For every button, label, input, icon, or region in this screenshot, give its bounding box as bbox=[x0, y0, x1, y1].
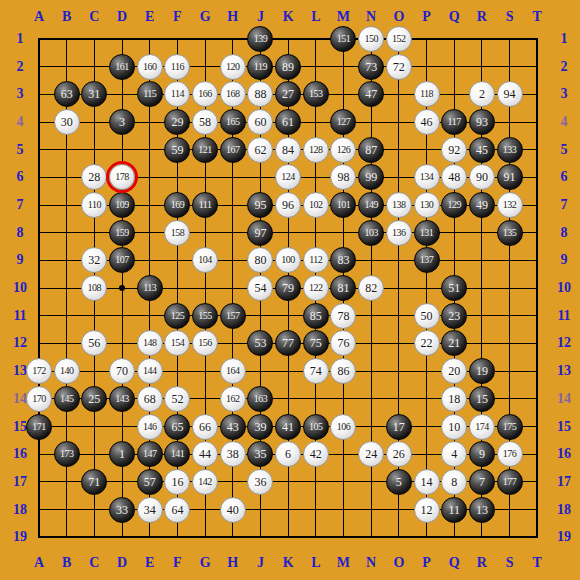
coord-label-top-E: E bbox=[145, 10, 154, 24]
move-number: 22 bbox=[421, 337, 433, 349]
move-number: 19 bbox=[476, 365, 488, 377]
stone-B14[interactable]: 145 bbox=[54, 386, 80, 412]
coord-label-top-S: S bbox=[506, 10, 514, 24]
move-number: 169 bbox=[171, 200, 185, 210]
move-number: 68 bbox=[144, 393, 156, 405]
stone-N8[interactable]: 103 bbox=[358, 220, 384, 246]
move-number: 21 bbox=[448, 337, 460, 349]
stone-S7[interactable]: 132 bbox=[497, 192, 523, 218]
stone-M15[interactable]: 106 bbox=[330, 414, 356, 440]
stone-D18[interactable]: 33 bbox=[109, 497, 135, 523]
stone-R13[interactable]: 19 bbox=[469, 358, 495, 384]
coord-label-right-2: 2 bbox=[561, 60, 568, 74]
stone-A13[interactable]: 172 bbox=[26, 358, 52, 384]
stone-C6[interactable]: 28 bbox=[81, 164, 107, 190]
stone-O17[interactable]: 5 bbox=[386, 469, 412, 495]
coord-label-top-H: H bbox=[227, 10, 238, 24]
stone-J3[interactable]: 88 bbox=[247, 81, 273, 107]
stone-G3[interactable]: 166 bbox=[192, 81, 218, 107]
stone-S8[interactable]: 135 bbox=[497, 220, 523, 246]
stone-G12[interactable]: 156 bbox=[192, 330, 218, 356]
stone-K5[interactable]: 84 bbox=[275, 137, 301, 163]
stone-J1[interactable]: 139 bbox=[247, 26, 273, 52]
move-number: 102 bbox=[309, 200, 323, 210]
move-number: 5 bbox=[396, 476, 402, 488]
move-number: 63 bbox=[61, 88, 73, 100]
stone-P9[interactable]: 137 bbox=[414, 247, 440, 273]
coord-label-right-12: 12 bbox=[557, 336, 571, 350]
stone-F7[interactable]: 169 bbox=[164, 192, 190, 218]
stone-C9[interactable]: 32 bbox=[81, 247, 107, 273]
stone-H13[interactable]: 164 bbox=[220, 358, 246, 384]
coord-label-right-1: 1 bbox=[561, 32, 568, 46]
move-number: 156 bbox=[198, 338, 212, 348]
stone-Q12[interactable]: 21 bbox=[441, 330, 467, 356]
stone-K12[interactable]: 77 bbox=[275, 330, 301, 356]
stone-F2[interactable]: 116 bbox=[164, 54, 190, 80]
stone-K16[interactable]: 6 bbox=[275, 441, 301, 467]
move-number: 54 bbox=[254, 282, 266, 294]
stone-J5[interactable]: 62 bbox=[247, 137, 273, 163]
stone-E15[interactable]: 146 bbox=[137, 414, 163, 440]
move-number: 178 bbox=[115, 172, 129, 182]
move-number: 75 bbox=[310, 337, 322, 349]
stone-O8[interactable]: 136 bbox=[386, 220, 412, 246]
move-number: 174 bbox=[475, 422, 489, 432]
move-number: 134 bbox=[420, 172, 434, 182]
move-number: 138 bbox=[392, 200, 406, 210]
move-number: 132 bbox=[503, 200, 517, 210]
stone-G9[interactable]: 104 bbox=[192, 247, 218, 273]
move-number: 13 bbox=[476, 504, 488, 516]
move-number: 143 bbox=[115, 394, 129, 404]
stone-L10[interactable]: 122 bbox=[303, 275, 329, 301]
stone-O7[interactable]: 138 bbox=[386, 192, 412, 218]
stone-G16[interactable]: 44 bbox=[192, 441, 218, 467]
coord-label-right-8: 8 bbox=[561, 226, 568, 240]
stone-M10[interactable]: 81 bbox=[330, 275, 356, 301]
coord-label-right-10: 10 bbox=[557, 281, 571, 295]
move-number: 148 bbox=[143, 338, 157, 348]
coord-label-bottom-A: A bbox=[34, 556, 44, 570]
move-number: 95 bbox=[254, 199, 266, 211]
stone-A15[interactable]: 171 bbox=[26, 414, 52, 440]
stone-J15[interactable]: 39 bbox=[247, 414, 273, 440]
stone-K2[interactable]: 89 bbox=[275, 54, 301, 80]
stone-E17[interactable]: 57 bbox=[137, 469, 163, 495]
stone-J17[interactable]: 36 bbox=[247, 469, 273, 495]
move-number: 89 bbox=[282, 61, 294, 73]
stone-P18[interactable]: 12 bbox=[414, 497, 440, 523]
stone-R4[interactable]: 93 bbox=[469, 109, 495, 135]
coord-label-bottom-N: N bbox=[366, 556, 376, 570]
stone-L15[interactable]: 105 bbox=[303, 414, 329, 440]
move-number: 153 bbox=[309, 89, 323, 99]
stone-Q17[interactable]: 8 bbox=[441, 469, 467, 495]
coord-label-bottom-F: F bbox=[173, 556, 182, 570]
coord-label-bottom-O: O bbox=[393, 556, 404, 570]
go-board[interactable]: AABBCCDDEEFFGGHHJJKKLLMMNNOOPPQQRRSSTT11… bbox=[0, 0, 580, 580]
coord-label-left-8: 8 bbox=[17, 226, 24, 240]
move-number: 131 bbox=[420, 228, 434, 238]
stone-N7[interactable]: 149 bbox=[358, 192, 384, 218]
stone-F12[interactable]: 154 bbox=[164, 330, 190, 356]
move-number: 120 bbox=[226, 62, 240, 72]
stone-R18[interactable]: 13 bbox=[469, 497, 495, 523]
move-number: 87 bbox=[365, 144, 377, 156]
coord-label-bottom-G: G bbox=[200, 556, 211, 570]
stone-J7[interactable]: 95 bbox=[247, 192, 273, 218]
stone-Q4[interactable]: 117 bbox=[441, 109, 467, 135]
stone-N2[interactable]: 73 bbox=[358, 54, 384, 80]
stone-L9[interactable]: 112 bbox=[303, 247, 329, 273]
move-number: 97 bbox=[254, 227, 266, 239]
stone-L5[interactable]: 128 bbox=[303, 137, 329, 163]
move-number: 99 bbox=[365, 171, 377, 183]
stone-K10[interactable]: 79 bbox=[275, 275, 301, 301]
stone-P4[interactable]: 46 bbox=[414, 109, 440, 135]
stone-R6[interactable]: 90 bbox=[469, 164, 495, 190]
stone-J16[interactable]: 35 bbox=[247, 441, 273, 467]
coord-label-top-B: B bbox=[62, 10, 71, 24]
coord-label-right-16: 16 bbox=[557, 447, 571, 461]
stone-R3[interactable]: 2 bbox=[469, 81, 495, 107]
stone-N10[interactable]: 82 bbox=[358, 275, 384, 301]
stone-E18[interactable]: 34 bbox=[137, 497, 163, 523]
coord-label-right-17: 17 bbox=[557, 475, 571, 489]
stone-G15[interactable]: 66 bbox=[192, 414, 218, 440]
move-number: 64 bbox=[171, 504, 183, 516]
stone-R14[interactable]: 15 bbox=[469, 386, 495, 412]
stone-J4[interactable]: 60 bbox=[247, 109, 273, 135]
move-number: 27 bbox=[282, 88, 294, 100]
move-number: 70 bbox=[116, 365, 128, 377]
stone-P7[interactable]: 130 bbox=[414, 192, 440, 218]
move-number: 84 bbox=[282, 144, 294, 156]
move-number: 57 bbox=[144, 476, 156, 488]
stone-B16[interactable]: 173 bbox=[54, 441, 80, 467]
stone-M5[interactable]: 126 bbox=[330, 137, 356, 163]
move-number: 116 bbox=[171, 62, 184, 72]
coord-label-left-16: 16 bbox=[13, 447, 27, 461]
coord-label-right-4: 4 bbox=[561, 115, 568, 129]
move-number: 88 bbox=[254, 88, 266, 100]
move-number: 117 bbox=[448, 117, 461, 127]
stone-M9[interactable]: 83 bbox=[330, 247, 356, 273]
stone-C12[interactable]: 56 bbox=[81, 330, 107, 356]
coord-label-left-9: 9 bbox=[17, 253, 24, 267]
stone-J12[interactable]: 53 bbox=[247, 330, 273, 356]
stone-G11[interactable]: 155 bbox=[192, 303, 218, 329]
move-number: 53 bbox=[254, 337, 266, 349]
move-number: 162 bbox=[226, 394, 240, 404]
move-number: 128 bbox=[309, 145, 323, 155]
stone-J14[interactable]: 163 bbox=[247, 386, 273, 412]
move-number: 136 bbox=[392, 228, 406, 238]
coord-label-left-6: 6 bbox=[17, 170, 24, 184]
move-number: 163 bbox=[254, 394, 268, 404]
stone-C14[interactable]: 25 bbox=[81, 386, 107, 412]
stone-L12[interactable]: 75 bbox=[303, 330, 329, 356]
stone-H2[interactable]: 120 bbox=[220, 54, 246, 80]
stone-R17[interactable]: 7 bbox=[469, 469, 495, 495]
stone-J9[interactable]: 80 bbox=[247, 247, 273, 273]
stone-F8[interactable]: 158 bbox=[164, 220, 190, 246]
stone-E13[interactable]: 144 bbox=[137, 358, 163, 384]
stone-P12[interactable]: 22 bbox=[414, 330, 440, 356]
stone-E14[interactable]: 68 bbox=[137, 386, 163, 412]
move-number: 39 bbox=[254, 421, 266, 433]
coord-label-top-R: R bbox=[477, 10, 487, 24]
stone-Q15[interactable]: 10 bbox=[441, 414, 467, 440]
move-number: 129 bbox=[447, 200, 461, 210]
coord-label-bottom-E: E bbox=[145, 556, 154, 570]
stone-K7[interactable]: 96 bbox=[275, 192, 301, 218]
stone-S16[interactable]: 176 bbox=[497, 441, 523, 467]
stone-L11[interactable]: 85 bbox=[303, 303, 329, 329]
stone-G5[interactable]: 121 bbox=[192, 137, 218, 163]
move-number: 29 bbox=[171, 116, 183, 128]
stone-N1[interactable]: 150 bbox=[358, 26, 384, 52]
move-number: 23 bbox=[448, 310, 460, 322]
move-number: 170 bbox=[32, 394, 46, 404]
coord-label-right-19: 19 bbox=[557, 530, 571, 544]
move-number: 43 bbox=[227, 421, 239, 433]
stone-P11[interactable]: 50 bbox=[414, 303, 440, 329]
coord-label-left-12: 12 bbox=[13, 336, 27, 350]
coord-label-right-5: 5 bbox=[561, 143, 568, 157]
move-number: 56 bbox=[88, 337, 100, 349]
stone-H15[interactable]: 43 bbox=[220, 414, 246, 440]
move-number: 108 bbox=[88, 283, 102, 293]
stone-S15[interactable]: 175 bbox=[497, 414, 523, 440]
coord-label-right-13: 13 bbox=[557, 364, 571, 378]
stone-P8[interactable]: 131 bbox=[414, 220, 440, 246]
move-number: 165 bbox=[226, 117, 240, 127]
stone-F17[interactable]: 16 bbox=[164, 469, 190, 495]
stone-O16[interactable]: 26 bbox=[386, 441, 412, 467]
coord-label-left-19: 19 bbox=[13, 530, 27, 544]
move-number: 124 bbox=[281, 172, 295, 182]
move-number: 32 bbox=[88, 254, 100, 266]
stone-F15[interactable]: 65 bbox=[164, 414, 190, 440]
move-number: 104 bbox=[198, 255, 212, 265]
stone-L13[interactable]: 74 bbox=[303, 358, 329, 384]
stone-R15[interactable]: 174 bbox=[469, 414, 495, 440]
move-number: 101 bbox=[337, 200, 351, 210]
coord-label-bottom-M: M bbox=[337, 556, 350, 570]
stone-Q5[interactable]: 92 bbox=[441, 137, 467, 163]
move-number: 177 bbox=[503, 477, 517, 487]
stone-M13[interactable]: 86 bbox=[330, 358, 356, 384]
stone-E12[interactable]: 148 bbox=[137, 330, 163, 356]
stone-H16[interactable]: 38 bbox=[220, 441, 246, 467]
stone-E2[interactable]: 160 bbox=[137, 54, 163, 80]
coord-label-right-14: 14 bbox=[557, 392, 571, 406]
stone-F14[interactable]: 52 bbox=[164, 386, 190, 412]
coord-label-top-P: P bbox=[422, 10, 431, 24]
move-number: 122 bbox=[309, 283, 323, 293]
stone-F3[interactable]: 114 bbox=[164, 81, 190, 107]
stone-M11[interactable]: 78 bbox=[330, 303, 356, 329]
stone-B13[interactable]: 140 bbox=[54, 358, 80, 384]
stone-Q14[interactable]: 18 bbox=[441, 386, 467, 412]
move-number: 164 bbox=[226, 366, 240, 376]
move-number: 172 bbox=[32, 366, 46, 376]
coord-label-bottom-P: P bbox=[422, 556, 431, 570]
stone-N5[interactable]: 87 bbox=[358, 137, 384, 163]
move-number: 119 bbox=[254, 62, 267, 72]
move-number: 50 bbox=[421, 310, 433, 322]
move-number: 137 bbox=[420, 255, 434, 265]
coord-label-top-F: F bbox=[173, 10, 182, 24]
coord-label-left-2: 2 bbox=[17, 60, 24, 74]
coord-label-top-C: C bbox=[89, 10, 99, 24]
stone-L16[interactable]: 42 bbox=[303, 441, 329, 467]
stone-R5[interactable]: 45 bbox=[469, 137, 495, 163]
stone-D6-last-move[interactable]: 178 bbox=[109, 164, 135, 190]
stone-M6[interactable]: 98 bbox=[330, 164, 356, 190]
move-number: 35 bbox=[254, 448, 266, 460]
stone-P3[interactable]: 118 bbox=[414, 81, 440, 107]
stone-A14[interactable]: 170 bbox=[26, 386, 52, 412]
stone-F16[interactable]: 141 bbox=[164, 441, 190, 467]
stone-C3[interactable]: 31 bbox=[81, 81, 107, 107]
stone-C10[interactable]: 108 bbox=[81, 275, 107, 301]
stone-O1[interactable]: 152 bbox=[386, 26, 412, 52]
stone-H4[interactable]: 165 bbox=[220, 109, 246, 135]
move-number: 78 bbox=[337, 310, 349, 322]
stone-Q10[interactable]: 51 bbox=[441, 275, 467, 301]
move-number: 85 bbox=[310, 310, 322, 322]
stone-D13[interactable]: 70 bbox=[109, 358, 135, 384]
move-number: 14 bbox=[421, 476, 433, 488]
move-number: 93 bbox=[476, 116, 488, 128]
move-number: 73 bbox=[365, 61, 377, 73]
stone-R16[interactable]: 9 bbox=[469, 441, 495, 467]
move-number: 36 bbox=[254, 476, 266, 488]
stone-L7[interactable]: 102 bbox=[303, 192, 329, 218]
move-number: 158 bbox=[171, 228, 185, 238]
coord-label-bottom-L: L bbox=[311, 556, 320, 570]
stone-H5[interactable]: 167 bbox=[220, 137, 246, 163]
stone-M1[interactable]: 151 bbox=[330, 26, 356, 52]
stone-E16[interactable]: 147 bbox=[137, 441, 163, 467]
stone-Q11[interactable]: 23 bbox=[441, 303, 467, 329]
stone-Q6[interactable]: 48 bbox=[441, 164, 467, 190]
stone-K6[interactable]: 124 bbox=[275, 164, 301, 190]
move-number: 34 bbox=[144, 504, 156, 516]
stone-S5[interactable]: 133 bbox=[497, 137, 523, 163]
stone-O2[interactable]: 72 bbox=[386, 54, 412, 80]
move-number: 140 bbox=[60, 366, 74, 376]
stone-J2[interactable]: 119 bbox=[247, 54, 273, 80]
coord-label-top-M: M bbox=[337, 10, 350, 24]
stone-O15[interactable]: 17 bbox=[386, 414, 412, 440]
stone-R7[interactable]: 49 bbox=[469, 192, 495, 218]
stone-P6[interactable]: 134 bbox=[414, 164, 440, 190]
stone-E10[interactable]: 113 bbox=[137, 275, 163, 301]
stone-K15[interactable]: 41 bbox=[275, 414, 301, 440]
stone-G7[interactable]: 111 bbox=[192, 192, 218, 218]
stone-D7[interactable]: 109 bbox=[109, 192, 135, 218]
stone-H18[interactable]: 40 bbox=[220, 497, 246, 523]
stone-M12[interactable]: 76 bbox=[330, 330, 356, 356]
move-number: 160 bbox=[143, 62, 157, 72]
coord-label-bottom-B: B bbox=[62, 556, 71, 570]
move-number: 20 bbox=[448, 365, 460, 377]
move-number: 11 bbox=[448, 504, 460, 516]
stone-H11[interactable]: 157 bbox=[220, 303, 246, 329]
coord-label-left-5: 5 bbox=[17, 143, 24, 157]
coord-label-bottom-K: K bbox=[283, 556, 294, 570]
stone-L3[interactable]: 153 bbox=[303, 81, 329, 107]
stone-D14[interactable]: 143 bbox=[109, 386, 135, 412]
move-number: 17 bbox=[393, 421, 405, 433]
stone-S3[interactable]: 94 bbox=[497, 81, 523, 107]
stone-G17[interactable]: 142 bbox=[192, 469, 218, 495]
stone-Q18[interactable]: 11 bbox=[441, 497, 467, 523]
stone-H3[interactable]: 168 bbox=[220, 81, 246, 107]
stone-M4[interactable]: 127 bbox=[330, 109, 356, 135]
move-number: 100 bbox=[281, 255, 295, 265]
stone-K3[interactable]: 27 bbox=[275, 81, 301, 107]
coord-label-right-18: 18 bbox=[557, 503, 571, 517]
move-number: 59 bbox=[171, 144, 183, 156]
stone-Q7[interactable]: 129 bbox=[441, 192, 467, 218]
stone-K9[interactable]: 100 bbox=[275, 247, 301, 273]
move-number: 98 bbox=[337, 171, 349, 183]
stone-D16[interactable]: 1 bbox=[109, 441, 135, 467]
stone-G4[interactable]: 58 bbox=[192, 109, 218, 135]
move-number: 146 bbox=[143, 422, 157, 432]
stone-M7[interactable]: 101 bbox=[330, 192, 356, 218]
stone-Q13[interactable]: 20 bbox=[441, 358, 467, 384]
move-number: 66 bbox=[199, 421, 211, 433]
stone-D4[interactable]: 3 bbox=[109, 109, 135, 135]
coord-label-top-D: D bbox=[117, 10, 127, 24]
stone-F5[interactable]: 59 bbox=[164, 137, 190, 163]
stone-J8[interactable]: 97 bbox=[247, 220, 273, 246]
stone-J10[interactable]: 54 bbox=[247, 275, 273, 301]
stone-B4[interactable]: 30 bbox=[54, 109, 80, 135]
stone-K4[interactable]: 61 bbox=[275, 109, 301, 135]
stone-E3[interactable]: 115 bbox=[137, 81, 163, 107]
stone-F11[interactable]: 125 bbox=[164, 303, 190, 329]
move-number: 159 bbox=[115, 228, 129, 238]
move-number: 26 bbox=[393, 448, 405, 460]
stone-D9[interactable]: 107 bbox=[109, 247, 135, 273]
stone-C7[interactable]: 110 bbox=[81, 192, 107, 218]
stone-N16[interactable]: 24 bbox=[358, 441, 384, 467]
stone-S17[interactable]: 177 bbox=[497, 469, 523, 495]
stone-F18[interactable]: 64 bbox=[164, 497, 190, 523]
move-number: 9 bbox=[479, 448, 485, 460]
stone-P17[interactable]: 14 bbox=[414, 469, 440, 495]
stone-F4[interactable]: 29 bbox=[164, 109, 190, 135]
stone-Q16[interactable]: 4 bbox=[441, 441, 467, 467]
stone-B3[interactable]: 63 bbox=[54, 81, 80, 107]
move-number: 155 bbox=[198, 311, 212, 321]
stone-D8[interactable]: 159 bbox=[109, 220, 135, 246]
stone-S6[interactable]: 91 bbox=[497, 164, 523, 190]
stone-C17[interactable]: 71 bbox=[81, 469, 107, 495]
stone-D2[interactable]: 161 bbox=[109, 54, 135, 80]
stone-N3[interactable]: 47 bbox=[358, 81, 384, 107]
stone-H14[interactable]: 162 bbox=[220, 386, 246, 412]
stone-N6[interactable]: 99 bbox=[358, 164, 384, 190]
move-number: 127 bbox=[337, 117, 351, 127]
